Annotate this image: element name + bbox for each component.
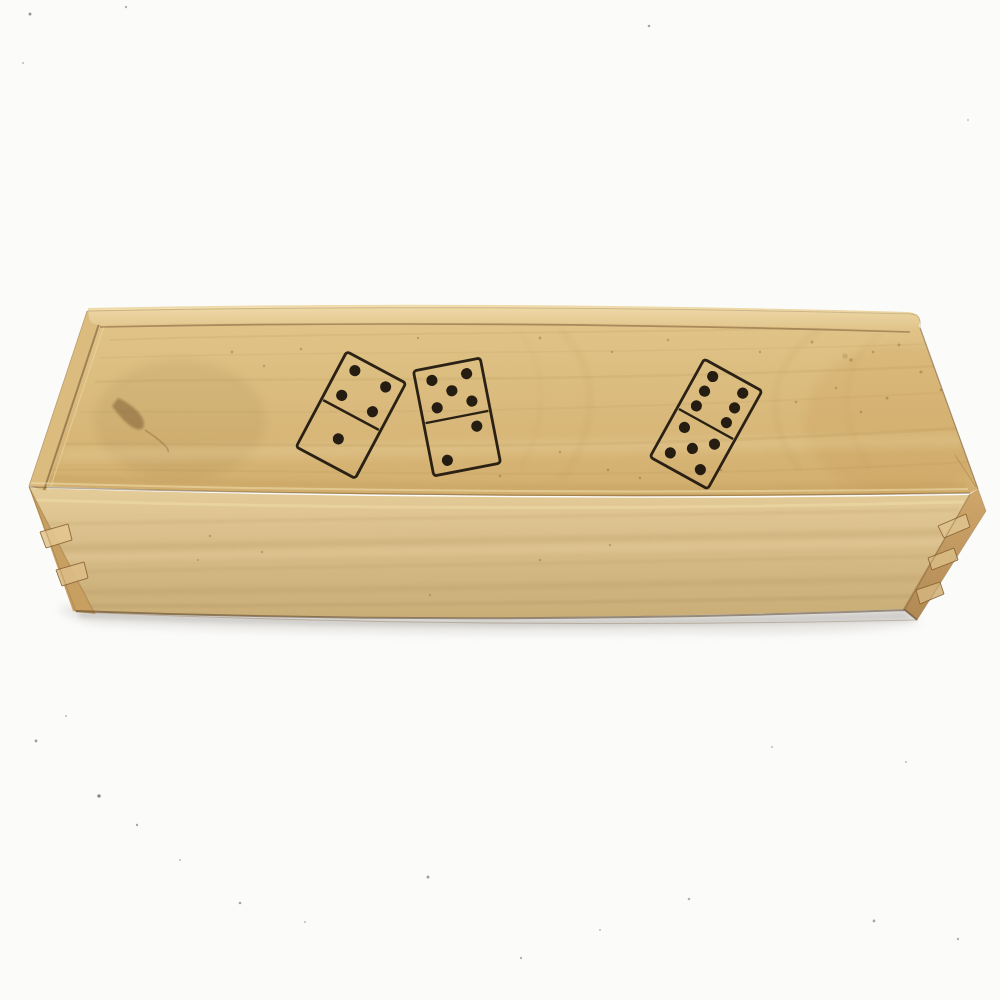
box-lid-top-face (29, 308, 995, 497)
photo-wooden-domino-box (0, 0, 1000, 1000)
domino-box-photo (0, 0, 1000, 1000)
box-front-face (29, 488, 970, 618)
wooden-box (29, 305, 995, 624)
